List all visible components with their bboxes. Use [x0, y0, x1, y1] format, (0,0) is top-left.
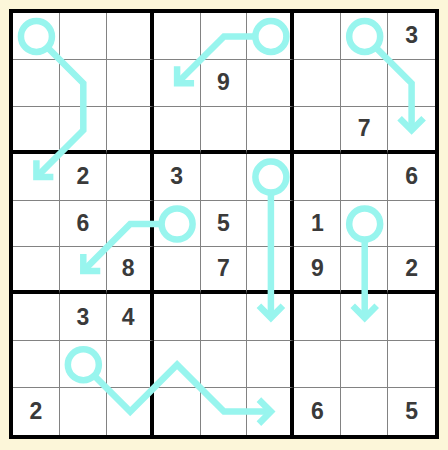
cell-r2c3[interactable]	[107, 60, 154, 107]
cell-r6c7[interactable]: 9	[294, 247, 341, 294]
cell-r8c4[interactable]	[154, 341, 201, 388]
cell-r4c5[interactable]	[201, 154, 248, 201]
cell-r8c7[interactable]	[294, 341, 341, 388]
cell-r2c4[interactable]	[154, 60, 201, 107]
cell-r2c8[interactable]	[341, 60, 388, 107]
cell-r5c3[interactable]	[107, 201, 154, 248]
cell-r2c7[interactable]	[294, 60, 341, 107]
cell-r8c6[interactable]	[247, 341, 294, 388]
sudoku-grid: 397236651879234265	[13, 13, 435, 435]
cell-r6c5[interactable]: 7	[201, 247, 248, 294]
cell-r7c6[interactable]	[247, 294, 294, 341]
cell-r7c7[interactable]	[294, 294, 341, 341]
cell-r5c5[interactable]: 5	[201, 201, 248, 248]
cell-r4c6[interactable]	[247, 154, 294, 201]
cell-r3c7[interactable]	[294, 107, 341, 154]
cell-r2c1[interactable]	[13, 60, 60, 107]
cell-r8c8[interactable]	[341, 341, 388, 388]
cell-r1c2[interactable]	[60, 13, 107, 60]
cell-r1c4[interactable]	[154, 13, 201, 60]
cell-r9c1[interactable]: 2	[13, 388, 60, 435]
cell-r5c6[interactable]	[247, 201, 294, 248]
cell-r5c7[interactable]: 1	[294, 201, 341, 248]
cell-r2c9[interactable]	[388, 60, 435, 107]
cell-r3c8[interactable]: 7	[341, 107, 388, 154]
cell-r6c4[interactable]	[154, 247, 201, 294]
cell-r7c1[interactable]	[13, 294, 60, 341]
cell-r1c1[interactable]	[13, 13, 60, 60]
cell-r6c8[interactable]	[341, 247, 388, 294]
cell-r7c5[interactable]	[201, 294, 248, 341]
cell-r1c8[interactable]	[341, 13, 388, 60]
cell-r4c2[interactable]: 2	[60, 154, 107, 201]
cell-r6c2[interactable]	[60, 247, 107, 294]
cell-r3c4[interactable]	[154, 107, 201, 154]
cell-r6c1[interactable]	[13, 247, 60, 294]
cell-r5c4[interactable]	[154, 201, 201, 248]
cell-r9c3[interactable]	[107, 388, 154, 435]
cell-r7c4[interactable]	[154, 294, 201, 341]
cell-r1c9[interactable]: 3	[388, 13, 435, 60]
cell-r3c1[interactable]	[13, 107, 60, 154]
cell-r3c5[interactable]	[201, 107, 248, 154]
cell-r4c7[interactable]	[294, 154, 341, 201]
cell-r2c6[interactable]	[247, 60, 294, 107]
sudoku-board: 397236651879234265	[9, 9, 439, 439]
cell-r1c5[interactable]	[201, 13, 248, 60]
cell-r1c3[interactable]	[107, 13, 154, 60]
page-background: { "game": "arrow-sudoku", "grid_size": 9…	[0, 0, 448, 450]
cell-r9c6[interactable]	[247, 388, 294, 435]
cell-r6c3[interactable]: 8	[107, 247, 154, 294]
cell-r3c6[interactable]	[247, 107, 294, 154]
cell-r9c7[interactable]: 6	[294, 388, 341, 435]
cell-r9c9[interactable]: 5	[388, 388, 435, 435]
cell-r8c1[interactable]	[13, 341, 60, 388]
cell-r4c8[interactable]	[341, 154, 388, 201]
cell-r8c9[interactable]	[388, 341, 435, 388]
cell-r7c3[interactable]: 4	[107, 294, 154, 341]
cell-r3c9[interactable]	[388, 107, 435, 154]
cell-r6c9[interactable]: 2	[388, 247, 435, 294]
cell-r5c9[interactable]	[388, 201, 435, 248]
cell-r9c4[interactable]	[154, 388, 201, 435]
cell-r4c3[interactable]	[107, 154, 154, 201]
cell-r2c2[interactable]	[60, 60, 107, 107]
cell-r4c4[interactable]: 3	[154, 154, 201, 201]
cell-r6c6[interactable]	[247, 247, 294, 294]
cell-r1c6[interactable]	[247, 13, 294, 60]
cell-r8c3[interactable]	[107, 341, 154, 388]
cell-r3c3[interactable]	[107, 107, 154, 154]
cell-r9c2[interactable]	[60, 388, 107, 435]
cell-r9c8[interactable]	[341, 388, 388, 435]
cell-r7c2[interactable]: 3	[60, 294, 107, 341]
cell-r5c1[interactable]	[13, 201, 60, 248]
cell-r8c5[interactable]	[201, 341, 248, 388]
cell-r1c7[interactable]	[294, 13, 341, 60]
cell-r4c9[interactable]: 6	[388, 154, 435, 201]
cell-r9c5[interactable]	[201, 388, 248, 435]
cell-r7c8[interactable]	[341, 294, 388, 341]
cell-r4c1[interactable]	[13, 154, 60, 201]
cell-r8c2[interactable]	[60, 341, 107, 388]
cell-r7c9[interactable]	[388, 294, 435, 341]
cell-r3c2[interactable]	[60, 107, 107, 154]
cell-r5c8[interactable]	[341, 201, 388, 248]
cell-r5c2[interactable]: 6	[60, 201, 107, 248]
cell-r2c5[interactable]: 9	[201, 60, 248, 107]
